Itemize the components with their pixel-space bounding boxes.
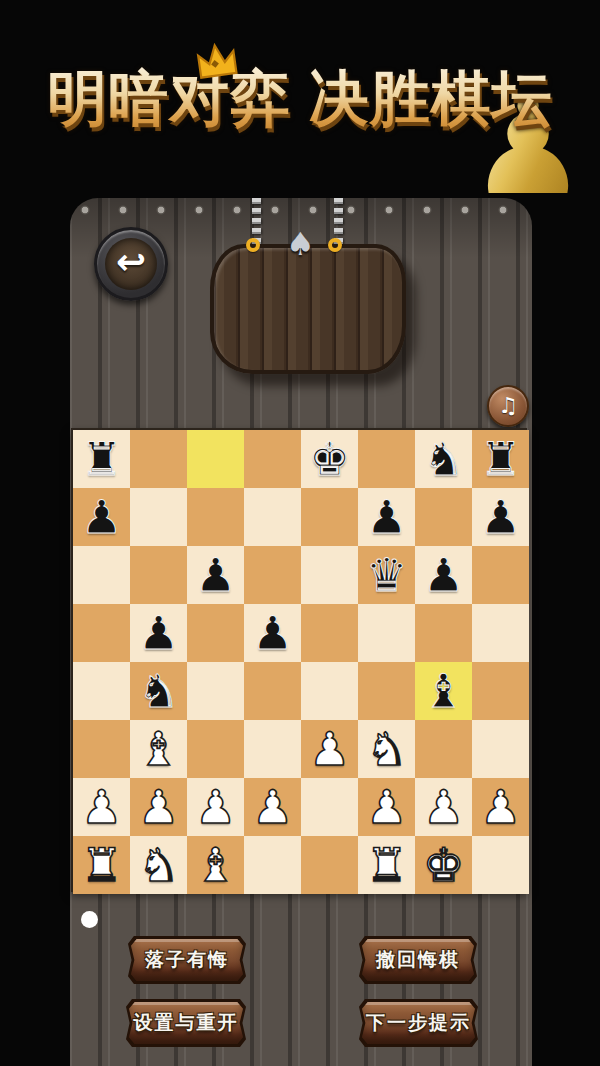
square-h4[interactable]	[472, 662, 529, 720]
piece-white-bishop: ♝	[195, 842, 236, 888]
piece-black-bishop: ♝	[423, 668, 464, 714]
piece-white-rook: ♜	[366, 842, 407, 888]
chess-board: ♜♚♞♜♟♟♟♟♛♟♟♟♞♝♝♟♞♟♟♟♟♟♟♟♜♞♝♜♚	[71, 428, 527, 892]
square-b5[interactable]: ♟	[130, 604, 187, 662]
square-h8[interactable]: ♜	[472, 430, 529, 488]
square-g8[interactable]: ♞	[415, 430, 472, 488]
square-f7[interactable]: ♟	[358, 488, 415, 546]
piece-white-pawn: ♟	[423, 784, 464, 830]
app-title: 明暗对弈 决胜棋坛	[0, 66, 600, 132]
square-f6[interactable]: ♛	[358, 546, 415, 604]
next-hint-face: 下一步提示	[362, 1002, 475, 1044]
square-g3[interactable]	[415, 720, 472, 778]
square-f5[interactable]	[358, 604, 415, 662]
square-b8[interactable]	[130, 430, 187, 488]
square-e6[interactable]	[301, 546, 358, 604]
piece-white-pawn: ♟	[195, 784, 236, 830]
square-d4[interactable]	[244, 662, 301, 720]
chess-sign: CHESS	[210, 244, 406, 374]
square-d5[interactable]: ♟	[244, 604, 301, 662]
square-e7[interactable]	[301, 488, 358, 546]
undo-move-face: 撤回悔棋	[362, 939, 474, 981]
square-f4[interactable]	[358, 662, 415, 720]
piece-white-rook: ♜	[81, 842, 122, 888]
next-hint-button[interactable]: 下一步提示	[359, 999, 478, 1047]
square-a3[interactable]	[73, 720, 130, 778]
square-g5[interactable]	[415, 604, 472, 662]
square-c7[interactable]	[187, 488, 244, 546]
square-h3[interactable]	[472, 720, 529, 778]
square-h2[interactable]: ♟	[472, 778, 529, 836]
piece-black-knight: ♞	[138, 668, 179, 714]
ring-left-icon	[246, 238, 260, 252]
square-g2[interactable]: ♟	[415, 778, 472, 836]
square-h1[interactable]	[472, 836, 529, 894]
square-a2[interactable]: ♟	[73, 778, 130, 836]
back-arrow-icon: ↩	[116, 244, 146, 280]
square-d7[interactable]	[244, 488, 301, 546]
piece-black-king: ♚	[309, 436, 350, 482]
settings-restart-face: 设置与重开	[129, 1002, 243, 1044]
square-h7[interactable]: ♟	[472, 488, 529, 546]
undo-move-button[interactable]: 撤回悔棋	[359, 936, 477, 984]
piece-white-pawn: ♟	[81, 784, 122, 830]
square-b1[interactable]: ♞	[130, 836, 187, 894]
square-c3[interactable]	[187, 720, 244, 778]
square-d6[interactable]	[244, 546, 301, 604]
piece-white-pawn: ♟	[309, 726, 350, 772]
ring-right-icon	[328, 238, 342, 252]
piece-white-pawn: ♟	[480, 784, 521, 830]
piece-black-pawn: ♟	[138, 610, 179, 656]
square-a7[interactable]: ♟	[73, 488, 130, 546]
square-e3[interactable]: ♟	[301, 720, 358, 778]
regret-toggle-button[interactable]: 落子有悔	[128, 936, 246, 984]
piece-black-knight: ♞	[423, 436, 464, 482]
spade-icon: ♠	[286, 228, 315, 260]
piece-white-bishop: ♝	[138, 726, 179, 772]
music-note-icon: ♫	[498, 395, 518, 417]
square-a4[interactable]	[73, 662, 130, 720]
piece-black-pawn: ♟	[480, 494, 521, 540]
chess-sign-text: CHESS	[228, 283, 389, 336]
piece-black-queen: ♛	[366, 552, 407, 598]
square-c4[interactable]	[187, 662, 244, 720]
square-b2[interactable]: ♟	[130, 778, 187, 836]
piece-black-pawn: ♟	[195, 552, 236, 598]
square-h5[interactable]	[472, 604, 529, 662]
square-e5[interactable]	[301, 604, 358, 662]
square-e8[interactable]: ♚	[301, 430, 358, 488]
square-f8[interactable]	[358, 430, 415, 488]
settings-restart-button[interactable]: 设置与重开	[126, 999, 246, 1047]
settings-restart-label: 设置与重开	[134, 1010, 239, 1036]
regret-toggle-face: 落子有悔	[131, 939, 243, 981]
square-g6[interactable]: ♟	[415, 546, 472, 604]
square-g4[interactable]: ♝	[415, 662, 472, 720]
next-hint-label: 下一步提示	[366, 1010, 471, 1036]
status-dot	[81, 911, 98, 928]
square-a5[interactable]	[73, 604, 130, 662]
square-g7[interactable]	[415, 488, 472, 546]
piece-white-pawn: ♟	[366, 784, 407, 830]
piece-white-knight: ♞	[366, 726, 407, 772]
square-e2[interactable]	[301, 778, 358, 836]
square-a6[interactable]	[73, 546, 130, 604]
piece-white-pawn: ♟	[252, 784, 293, 830]
square-c5[interactable]	[187, 604, 244, 662]
music-button[interactable]: ♫	[487, 385, 529, 427]
regret-toggle-label: 落子有悔	[145, 947, 229, 973]
back-button-inner: ↩	[105, 238, 157, 290]
square-b7[interactable]	[130, 488, 187, 546]
square-d8[interactable]	[244, 430, 301, 488]
square-b6[interactable]	[130, 546, 187, 604]
piece-black-pawn: ♟	[252, 610, 293, 656]
piece-black-rook: ♜	[81, 436, 122, 482]
square-a8[interactable]: ♜	[73, 430, 130, 488]
square-c6[interactable]: ♟	[187, 546, 244, 604]
square-b3[interactable]: ♝	[130, 720, 187, 778]
square-f1[interactable]: ♜	[358, 836, 415, 894]
square-c8[interactable]	[187, 430, 244, 488]
square-b4[interactable]: ♞	[130, 662, 187, 720]
back-button[interactable]: ↩	[94, 227, 168, 301]
square-e1[interactable]	[301, 836, 358, 894]
piece-white-knight: ♞	[138, 842, 179, 888]
piece-black-pawn: ♟	[81, 494, 122, 540]
square-d2[interactable]: ♟	[244, 778, 301, 836]
piece-white-king: ♚	[423, 842, 464, 888]
square-c2[interactable]: ♟	[187, 778, 244, 836]
square-g1[interactable]: ♚	[415, 836, 472, 894]
panel-nails	[80, 204, 524, 216]
square-a1[interactable]: ♜	[73, 836, 130, 894]
piece-white-pawn: ♟	[138, 784, 179, 830]
square-d3[interactable]	[244, 720, 301, 778]
square-c1[interactable]: ♝	[187, 836, 244, 894]
square-h6[interactable]	[472, 546, 529, 604]
crown-icon	[191, 39, 242, 85]
undo-move-label: 撤回悔棋	[376, 947, 460, 973]
square-f2[interactable]: ♟	[358, 778, 415, 836]
square-e4[interactable]	[301, 662, 358, 720]
piece-black-pawn: ♟	[423, 552, 464, 598]
square-f3[interactable]: ♞	[358, 720, 415, 778]
square-d1[interactable]	[244, 836, 301, 894]
piece-black-rook: ♜	[480, 436, 521, 482]
piece-black-pawn: ♟	[366, 494, 407, 540]
